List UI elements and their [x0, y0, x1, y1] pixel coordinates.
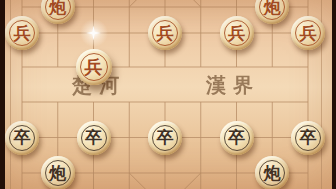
piece-label: 兵: [76, 49, 112, 85]
black-soldier[interactable]: 卒: [148, 121, 182, 155]
letterbox-bar-left: [0, 0, 5, 189]
black-soldier[interactable]: 卒: [220, 121, 254, 155]
piece-label: 卒: [5, 121, 39, 155]
red-soldier[interactable]: 兵: [291, 16, 325, 50]
red-soldier-moved[interactable]: 兵: [76, 49, 112, 85]
piece-label: 卒: [220, 121, 254, 155]
black-cannon[interactable]: 炮: [255, 156, 289, 189]
piece-label: 兵: [291, 16, 325, 50]
piece-label: 卒: [77, 121, 111, 155]
red-soldier[interactable]: 兵: [220, 16, 254, 50]
black-soldier[interactable]: 卒: [291, 121, 325, 155]
red-soldier[interactable]: 兵: [148, 16, 182, 50]
game-frame: 楚河 漢界 炮炮兵兵兵兵兵卒卒卒卒卒炮炮: [0, 0, 336, 189]
last-move-marker: [78, 17, 110, 49]
piece-label: 炮: [41, 156, 75, 189]
river-label-han-jie: 漢界: [206, 75, 260, 95]
sparkle-icon: [86, 26, 101, 41]
black-cannon[interactable]: 炮: [41, 156, 75, 189]
letterbox-bar-right: [332, 0, 336, 189]
piece-label: 卒: [291, 121, 325, 155]
piece-label: 兵: [148, 16, 182, 50]
piece-label: 兵: [220, 16, 254, 50]
piece-label: 炮: [255, 0, 289, 24]
red-cannon[interactable]: 炮: [255, 0, 289, 24]
piece-label: 卒: [148, 121, 182, 155]
black-soldier[interactable]: 卒: [77, 121, 111, 155]
piece-label: 炮: [41, 0, 75, 24]
piece-label: 炮: [255, 156, 289, 189]
black-soldier[interactable]: 卒: [5, 121, 39, 155]
red-soldier[interactable]: 兵: [5, 16, 39, 50]
piece-label: 兵: [5, 16, 39, 50]
red-cannon[interactable]: 炮: [41, 0, 75, 24]
